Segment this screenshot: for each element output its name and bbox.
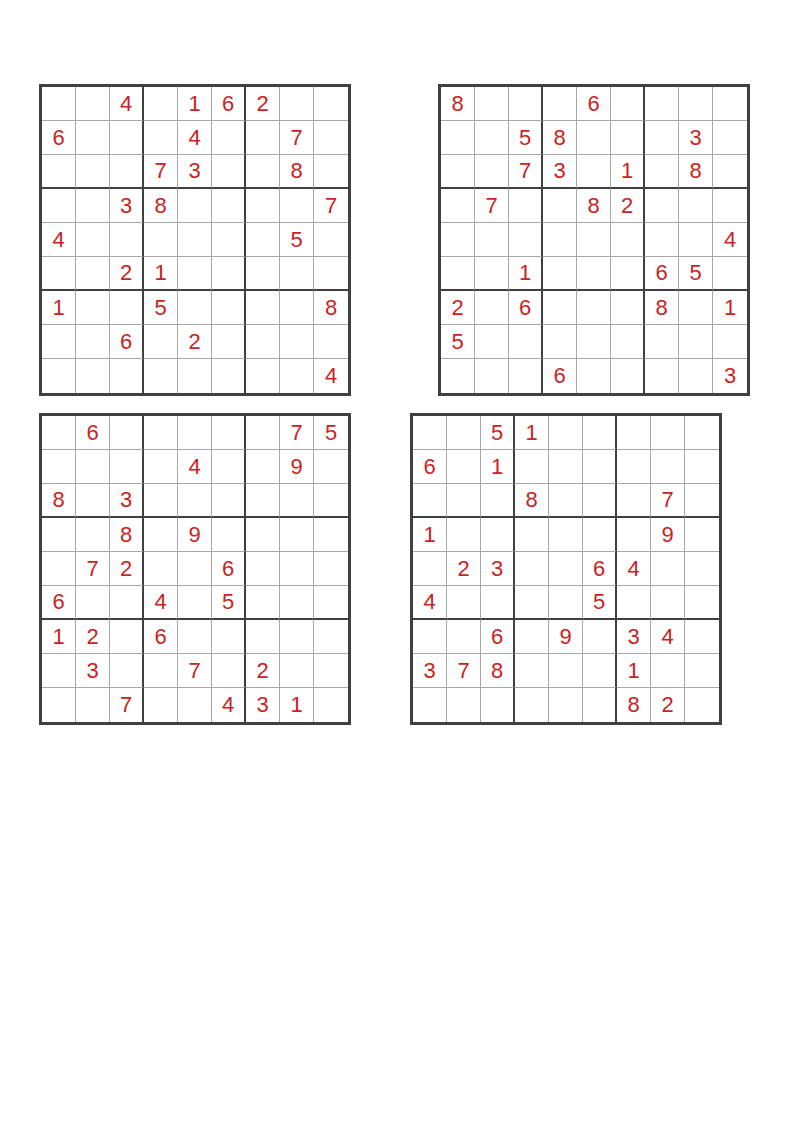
sudoku-cell-r8c6[interactable] <box>611 325 645 359</box>
sudoku-cell-r2c6[interactable] <box>583 450 617 484</box>
sudoku-cell-r4c2[interactable] <box>447 518 481 552</box>
sudoku-cell-r4c6[interactable] <box>212 518 246 552</box>
sudoku-cell-r6c1[interactable] <box>42 257 76 291</box>
sudoku-cell-r2c6[interactable] <box>212 450 246 484</box>
sudoku-cell-r7c8[interactable] <box>280 291 314 325</box>
sudoku-cell-r1c3[interactable] <box>110 416 144 450</box>
given-digit-r1c5: 6 <box>577 87 611 121</box>
sudoku-cell-r3c1[interactable] <box>42 155 76 189</box>
sudoku-cell-r2c1[interactable] <box>42 450 76 484</box>
given-digit-r5c2: 7 <box>76 552 110 586</box>
sudoku-cell-r5c9[interactable] <box>314 223 348 257</box>
sudoku-cell-r5c6[interactable] <box>212 223 246 257</box>
sudoku-cell-r3c8[interactable] <box>280 484 314 518</box>
sudoku-cell-r2c3[interactable] <box>110 450 144 484</box>
sudoku-cell-r6c7[interactable] <box>617 586 651 620</box>
given-digit-r5c7: 4 <box>617 552 651 586</box>
sudoku-cell-r9c6[interactable] <box>583 688 617 722</box>
sudoku-cell-r8c7[interactable] <box>645 325 679 359</box>
sudoku-cell-r6c5[interactable] <box>549 586 583 620</box>
given-digit-r1c3: 5 <box>481 416 515 450</box>
sudoku-cell-r5c5[interactable] <box>549 552 583 586</box>
sudoku-cell-r9c1[interactable] <box>42 359 76 393</box>
sudoku-cell-r8c3[interactable] <box>509 325 543 359</box>
sudoku-cell-r2c2[interactable] <box>76 450 110 484</box>
sudoku-cell-r8c7[interactable] <box>246 325 280 359</box>
sudoku-cell-r7c3[interactable] <box>110 620 144 654</box>
sudoku-cell-r7c5[interactable] <box>178 291 212 325</box>
given-digit-r1c7: 2 <box>246 87 280 121</box>
sudoku-cell-r5c4[interactable] <box>515 552 549 586</box>
sudoku-cell-r8c8[interactable] <box>280 325 314 359</box>
sudoku-cell-r1c4[interactable] <box>543 87 577 121</box>
sudoku-cell-r9c8[interactable] <box>280 359 314 393</box>
given-digit-r1c6: 6 <box>212 87 246 121</box>
sudoku-cell-r9c5[interactable] <box>178 359 212 393</box>
sudoku-cell-r1c8[interactable] <box>280 87 314 121</box>
sudoku-cell-r8c2[interactable] <box>76 325 110 359</box>
sudoku-cell-r2c6[interactable] <box>212 121 246 155</box>
given-digit-r7c5: 9 <box>549 620 583 654</box>
sudoku-cell-r3c9[interactable] <box>685 484 719 518</box>
given-digit-r6c7: 6 <box>645 257 679 291</box>
sudoku-cell-r6c3[interactable] <box>110 586 144 620</box>
sudoku-cell-r2c1[interactable] <box>441 121 475 155</box>
sudoku-cell-r4c4[interactable] <box>543 189 577 223</box>
sudoku-cell-r8c4[interactable] <box>515 654 549 688</box>
sudoku-cell-r3c9[interactable] <box>314 484 348 518</box>
sudoku-cell-r3c2[interactable] <box>76 155 110 189</box>
sudoku-cell-r4c8[interactable] <box>280 189 314 223</box>
sudoku-cell-r9c2[interactable] <box>76 688 110 722</box>
given-digit-r1c1: 8 <box>441 87 475 121</box>
sudoku-cell-r6c5[interactable] <box>178 257 212 291</box>
given-digit-r5c6: 6 <box>212 552 246 586</box>
sudoku-cell-r6c8[interactable] <box>651 586 685 620</box>
sudoku-cell-r6c2[interactable] <box>447 586 481 620</box>
sudoku-cell-r7c7[interactable] <box>246 291 280 325</box>
sudoku-cell-r1c8[interactable] <box>651 416 685 450</box>
sudoku-cell-r7c9[interactable] <box>314 620 348 654</box>
sudoku-cell-r4c4[interactable] <box>144 518 178 552</box>
given-digit-r6c3: 2 <box>110 257 144 291</box>
given-digit-r2c3: 5 <box>509 121 543 155</box>
sudoku-cell-r4c2[interactable] <box>76 518 110 552</box>
sudoku-cell-r8c9[interactable] <box>314 325 348 359</box>
sudoku-cell-r3c7[interactable] <box>645 155 679 189</box>
given-digit-r4c1: 1 <box>413 518 447 552</box>
sudoku-cell-r7c9[interactable] <box>685 620 719 654</box>
sudoku-cell-r4c2[interactable] <box>76 189 110 223</box>
sudoku-cell-r8c9[interactable] <box>314 654 348 688</box>
sudoku-cell-r6c8[interactable] <box>280 257 314 291</box>
given-digit-r7c4: 6 <box>144 620 178 654</box>
sudoku-cell-r9c3[interactable] <box>481 688 515 722</box>
sudoku-cell-r8c6[interactable] <box>212 325 246 359</box>
given-digit-r9c7: 8 <box>617 688 651 722</box>
given-digit-r9c9: 3 <box>713 359 747 393</box>
sudoku-cell-r1c1[interactable] <box>42 416 76 450</box>
sudoku-cell-r7c2[interactable] <box>475 291 509 325</box>
sudoku-cell-r2c7[interactable] <box>617 450 651 484</box>
sudoku-cell-r3c2[interactable] <box>76 484 110 518</box>
sudoku-cell-r9c3[interactable] <box>110 359 144 393</box>
sudoku-cell-r5c5[interactable] <box>178 223 212 257</box>
sudoku-cell-r5c7[interactable] <box>246 552 280 586</box>
sudoku-cell-r3c2[interactable] <box>447 484 481 518</box>
sudoku-cell-r7c2[interactable] <box>76 291 110 325</box>
given-digit-r1c3: 4 <box>110 87 144 121</box>
given-digit-r3c5: 3 <box>178 155 212 189</box>
sudoku-cell-r4c9[interactable] <box>314 518 348 552</box>
sudoku-cell-r6c5[interactable] <box>178 586 212 620</box>
sudoku-cell-r1c1[interactable] <box>413 416 447 450</box>
sudoku-cell-r1c5[interactable] <box>178 416 212 450</box>
sudoku-cell-r7c6[interactable] <box>583 620 617 654</box>
given-digit-r5c3: 2 <box>110 552 144 586</box>
given-digit-r1c4: 1 <box>515 416 549 450</box>
sudoku-cell-r9c9[interactable] <box>685 688 719 722</box>
given-digit-r3c3: 3 <box>110 484 144 518</box>
given-digit-r9c9: 4 <box>314 359 348 393</box>
sudoku-cell-r2c4[interactable] <box>144 121 178 155</box>
sudoku-cell-r3c2[interactable] <box>475 155 509 189</box>
sudoku-cell-r5c5[interactable] <box>577 223 611 257</box>
sudoku-cell-r7c6[interactable] <box>212 291 246 325</box>
sudoku-cell-r6c9[interactable] <box>685 586 719 620</box>
given-digit-r2c5: 4 <box>178 450 212 484</box>
sudoku-grid-bottom-left: 6754983897266451263727431 <box>39 413 351 725</box>
sudoku-cell-r9c2[interactable] <box>76 359 110 393</box>
sudoku-cell-r2c8[interactable] <box>651 450 685 484</box>
sudoku-cell-r9c8[interactable] <box>679 359 713 393</box>
given-digit-r5c6: 6 <box>583 552 617 586</box>
sudoku-cell-r2c3[interactable] <box>110 121 144 155</box>
sudoku-cell-r5c7[interactable] <box>645 223 679 257</box>
sudoku-cell-r2c4[interactable] <box>144 450 178 484</box>
sudoku-cell-r9c1[interactable] <box>441 359 475 393</box>
sudoku-cell-r3c4[interactable] <box>144 484 178 518</box>
sudoku-cell-r5c1[interactable] <box>42 552 76 586</box>
sudoku-cell-r1c8[interactable] <box>679 87 713 121</box>
sudoku-cell-r3c9[interactable] <box>314 155 348 189</box>
given-digit-r3c4: 7 <box>144 155 178 189</box>
sudoku-cell-r2c2[interactable] <box>475 121 509 155</box>
given-digit-r8c1: 5 <box>441 325 475 359</box>
sudoku-cell-r9c4[interactable] <box>144 359 178 393</box>
sudoku-cell-r5c5[interactable] <box>178 552 212 586</box>
sudoku-cell-r6c9[interactable] <box>713 257 747 291</box>
sudoku-cell-r7c6[interactable] <box>212 620 246 654</box>
sudoku-cell-r6c7[interactable] <box>246 257 280 291</box>
sudoku-cell-r5c8[interactable] <box>280 552 314 586</box>
sudoku-cell-r2c2[interactable] <box>447 450 481 484</box>
given-digit-r8c5: 7 <box>178 654 212 688</box>
sudoku-cell-r1c7[interactable] <box>645 87 679 121</box>
sudoku-cell-r4c5[interactable] <box>549 518 583 552</box>
sudoku-cell-r7c4[interactable] <box>515 620 549 654</box>
sudoku-cell-r6c2[interactable] <box>475 257 509 291</box>
given-digit-r3c8: 8 <box>280 155 314 189</box>
sudoku-cell-r1c9[interactable] <box>314 87 348 121</box>
sudoku-cell-r9c5[interactable] <box>549 688 583 722</box>
sudoku-cell-r2c9[interactable] <box>685 450 719 484</box>
sudoku-cell-r9c9[interactable] <box>314 688 348 722</box>
sudoku-cell-r8c3[interactable] <box>110 654 144 688</box>
given-digit-r4c5: 8 <box>577 189 611 223</box>
sudoku-cell-r9c2[interactable] <box>475 359 509 393</box>
sudoku-cell-r7c5[interactable] <box>178 620 212 654</box>
sudoku-cell-r8c9[interactable] <box>713 325 747 359</box>
given-digit-r9c3: 7 <box>110 688 144 722</box>
sudoku-cell-r4c1[interactable] <box>42 518 76 552</box>
sudoku-cell-r8c8[interactable] <box>651 654 685 688</box>
sudoku-cell-r3c5[interactable] <box>178 484 212 518</box>
given-digit-r7c3: 6 <box>481 620 515 654</box>
sudoku-cell-r2c5[interactable] <box>549 450 583 484</box>
given-digit-r8c2: 7 <box>447 654 481 688</box>
sudoku-cell-r5c2[interactable] <box>76 223 110 257</box>
sudoku-cell-r3c5[interactable] <box>549 484 583 518</box>
sudoku-cell-r6c8[interactable] <box>280 586 314 620</box>
given-digit-r1c8: 7 <box>280 416 314 450</box>
sudoku-cell-r4c7[interactable] <box>246 518 280 552</box>
sudoku-cell-r4c8[interactable] <box>280 518 314 552</box>
given-digit-r6c3: 1 <box>509 257 543 291</box>
sudoku-cell-r2c9[interactable] <box>314 121 348 155</box>
sudoku-cell-r4c8[interactable] <box>679 189 713 223</box>
sudoku-cell-r7c7[interactable] <box>246 620 280 654</box>
sudoku-cell-r1c6[interactable] <box>212 416 246 450</box>
sudoku-cell-r9c1[interactable] <box>42 688 76 722</box>
given-digit-r4c3: 8 <box>110 518 144 552</box>
sudoku-cell-r6c1[interactable] <box>441 257 475 291</box>
sudoku-cell-r6c7[interactable] <box>246 586 280 620</box>
given-digit-r2c8: 7 <box>280 121 314 155</box>
sudoku-cell-r3c5[interactable] <box>577 155 611 189</box>
given-digit-r3c8: 8 <box>679 155 713 189</box>
sudoku-cell-r1c9[interactable] <box>713 87 747 121</box>
sudoku-cell-r4c7[interactable] <box>246 189 280 223</box>
given-digit-r7c3: 6 <box>509 291 543 325</box>
sudoku-cell-r3c1[interactable] <box>413 484 447 518</box>
sudoku-cell-r7c3[interactable] <box>110 291 144 325</box>
given-digit-r5c9: 4 <box>713 223 747 257</box>
sudoku-cell-r4c6[interactable] <box>583 518 617 552</box>
sudoku-cell-r6c9[interactable] <box>314 586 348 620</box>
given-digit-r4c9: 7 <box>314 189 348 223</box>
sudoku-cell-r8c8[interactable] <box>679 325 713 359</box>
given-digit-r4c6: 2 <box>611 189 645 223</box>
sudoku-cell-r4c9[interactable] <box>713 189 747 223</box>
sudoku-cell-r3c3[interactable] <box>110 155 144 189</box>
sudoku-cell-r9c4[interactable] <box>515 688 549 722</box>
sudoku-cell-r1c1[interactable] <box>42 87 76 121</box>
sudoku-cell-r6c3[interactable] <box>481 586 515 620</box>
sudoku-cell-r2c7[interactable] <box>246 121 280 155</box>
sudoku-cell-r9c5[interactable] <box>178 688 212 722</box>
given-digit-r4c2: 7 <box>475 189 509 223</box>
given-digit-r6c4: 1 <box>144 257 178 291</box>
sudoku-cell-r9c5[interactable] <box>577 359 611 393</box>
given-digit-r2c1: 6 <box>413 450 447 484</box>
sudoku-cell-r6c5[interactable] <box>577 257 611 291</box>
sudoku-cell-r9c7[interactable] <box>246 359 280 393</box>
sudoku-cell-r4c9[interactable] <box>685 518 719 552</box>
sudoku-cell-r8c9[interactable] <box>685 654 719 688</box>
sudoku-cell-r2c7[interactable] <box>645 121 679 155</box>
sudoku-cell-r7c6[interactable] <box>611 291 645 325</box>
sudoku-cell-r8c6[interactable] <box>583 654 617 688</box>
sudoku-cell-r1c5[interactable] <box>549 416 583 450</box>
sudoku-cell-r8c4[interactable] <box>144 325 178 359</box>
sudoku-cell-r4c1[interactable] <box>441 189 475 223</box>
given-digit-r8c3: 8 <box>481 654 515 688</box>
given-digit-r3c3: 7 <box>509 155 543 189</box>
sudoku-cell-r7c8[interactable] <box>280 620 314 654</box>
sudoku-cell-r4c4[interactable] <box>515 518 549 552</box>
sudoku-cell-r5c3[interactable] <box>110 223 144 257</box>
sudoku-cell-r9c6[interactable] <box>212 359 246 393</box>
sudoku-cell-r2c5[interactable] <box>577 121 611 155</box>
sudoku-cell-r6c6[interactable] <box>611 257 645 291</box>
given-digit-r7c1: 2 <box>441 291 475 325</box>
given-digit-r6c8: 5 <box>679 257 713 291</box>
given-digit-r9c8: 1 <box>280 688 314 722</box>
sudoku-cell-r1c6[interactable] <box>583 416 617 450</box>
given-digit-r2c3: 1 <box>481 450 515 484</box>
given-digit-r2c4: 8 <box>543 121 577 155</box>
sudoku-grid-top-right: 86583731878241652681563 <box>438 84 750 396</box>
sudoku-cell-r1c7[interactable] <box>246 416 280 450</box>
sudoku-cell-r1c3[interactable] <box>509 87 543 121</box>
sudoku-cell-r9c6[interactable] <box>611 359 645 393</box>
sudoku-cell-r5c8[interactable] <box>651 552 685 586</box>
sudoku-cell-r4c5[interactable] <box>178 189 212 223</box>
sudoku-cell-r9c4[interactable] <box>144 688 178 722</box>
sudoku-cell-r4c3[interactable] <box>509 189 543 223</box>
sudoku-cell-r5c1[interactable] <box>441 223 475 257</box>
sudoku-cell-r3c6[interactable] <box>212 484 246 518</box>
given-digit-r7c8: 4 <box>651 620 685 654</box>
sudoku-cell-r4c3[interactable] <box>481 518 515 552</box>
sudoku-cell-r7c1[interactable] <box>413 620 447 654</box>
sudoku-cell-r6c2[interactable] <box>76 586 110 620</box>
given-digit-r7c1: 1 <box>42 291 76 325</box>
sudoku-cell-r7c4[interactable] <box>543 291 577 325</box>
sudoku-cell-r5c2[interactable] <box>475 223 509 257</box>
given-digit-r2c5: 4 <box>178 121 212 155</box>
sudoku-cell-r1c9[interactable] <box>685 416 719 450</box>
sudoku-cell-r2c9[interactable] <box>713 121 747 155</box>
given-digit-r2c8: 3 <box>679 121 713 155</box>
sudoku-cell-r1c7[interactable] <box>617 416 651 450</box>
sudoku-cell-r6c9[interactable] <box>314 257 348 291</box>
sudoku-cell-r7c5[interactable] <box>577 291 611 325</box>
sudoku-cell-r8c4[interactable] <box>144 654 178 688</box>
sudoku-cell-r7c8[interactable] <box>679 291 713 325</box>
sudoku-cell-r1c4[interactable] <box>144 87 178 121</box>
sudoku-cell-r6c6[interactable] <box>212 257 246 291</box>
sudoku-cell-r9c1[interactable] <box>413 688 447 722</box>
sudoku-cell-r5c1[interactable] <box>413 552 447 586</box>
sudoku-cell-r5c3[interactable] <box>509 223 543 257</box>
sudoku-cell-r3c6[interactable] <box>212 155 246 189</box>
given-digit-r8c5: 2 <box>178 325 212 359</box>
sudoku-cell-r8c1[interactable] <box>42 654 76 688</box>
sudoku-cell-r7c2[interactable] <box>447 620 481 654</box>
sudoku-cell-r8c5[interactable] <box>549 654 583 688</box>
sudoku-cell-r1c4[interactable] <box>144 416 178 450</box>
given-digit-r7c4: 5 <box>144 291 178 325</box>
sudoku-cell-r3c7[interactable] <box>246 155 280 189</box>
given-digit-r1c9: 5 <box>314 416 348 450</box>
sudoku-cell-r4c7[interactable] <box>617 518 651 552</box>
sudoku-cell-r2c4[interactable] <box>515 450 549 484</box>
sudoku-cell-r5c7[interactable] <box>246 223 280 257</box>
sudoku-cell-r6c4[interactable] <box>515 586 549 620</box>
sudoku-cell-r2c6[interactable] <box>611 121 645 155</box>
sudoku-cell-r5c8[interactable] <box>679 223 713 257</box>
sudoku-cell-r5c9[interactable] <box>685 552 719 586</box>
given-digit-r7c7: 8 <box>645 291 679 325</box>
given-digit-r2c8: 9 <box>280 450 314 484</box>
sudoku-cell-r5c9[interactable] <box>314 552 348 586</box>
sudoku-cell-r2c7[interactable] <box>246 450 280 484</box>
sudoku-cell-r9c2[interactable] <box>447 688 481 722</box>
sudoku-cell-r1c2[interactable] <box>76 87 110 121</box>
sudoku-cell-r4c6[interactable] <box>212 189 246 223</box>
sudoku-cell-r1c2[interactable] <box>447 416 481 450</box>
sudoku-cell-r9c3[interactable] <box>509 359 543 393</box>
sudoku-cell-r9c7[interactable] <box>645 359 679 393</box>
sudoku-cell-r3c1[interactable] <box>441 155 475 189</box>
sudoku-cell-r4c1[interactable] <box>42 189 76 223</box>
sudoku-cell-r4c7[interactable] <box>645 189 679 223</box>
sudoku-cell-r3c7[interactable] <box>617 484 651 518</box>
sudoku-cell-r2c9[interactable] <box>314 450 348 484</box>
given-digit-r3c4: 3 <box>543 155 577 189</box>
sudoku-cell-r8c1[interactable] <box>42 325 76 359</box>
given-digit-r8c1: 3 <box>413 654 447 688</box>
given-digit-r6c1: 4 <box>413 586 447 620</box>
given-digit-r4c8: 9 <box>651 518 685 552</box>
sudoku-cell-r5c4[interactable] <box>144 552 178 586</box>
sudoku-cell-r5c6[interactable] <box>611 223 645 257</box>
given-digit-r1c2: 6 <box>76 416 110 450</box>
given-digit-r6c6: 5 <box>583 586 617 620</box>
sudoku-cell-r1c6[interactable] <box>611 87 645 121</box>
sudoku-cell-r6c4[interactable] <box>543 257 577 291</box>
given-digit-r5c3: 3 <box>481 552 515 586</box>
given-digit-r8c2: 3 <box>76 654 110 688</box>
sudoku-cell-r6c2[interactable] <box>76 257 110 291</box>
sudoku-cell-r8c5[interactable] <box>577 325 611 359</box>
sudoku-cell-r2c2[interactable] <box>76 121 110 155</box>
sudoku-cell-r3c9[interactable] <box>713 155 747 189</box>
sudoku-cell-r8c8[interactable] <box>280 654 314 688</box>
sudoku-grid-top-left: 41626477383874521158624 <box>39 84 351 396</box>
sudoku-cell-r5c4[interactable] <box>543 223 577 257</box>
sudoku-cell-r8c4[interactable] <box>543 325 577 359</box>
sudoku-cell-r3c6[interactable] <box>583 484 617 518</box>
sudoku-cell-r5c4[interactable] <box>144 223 178 257</box>
sudoku-cell-r8c6[interactable] <box>212 654 246 688</box>
sudoku-cell-r3c7[interactable] <box>246 484 280 518</box>
sudoku-cell-r1c2[interactable] <box>475 87 509 121</box>
sudoku-cell-r8c2[interactable] <box>475 325 509 359</box>
sudoku-cell-r3c3[interactable] <box>481 484 515 518</box>
